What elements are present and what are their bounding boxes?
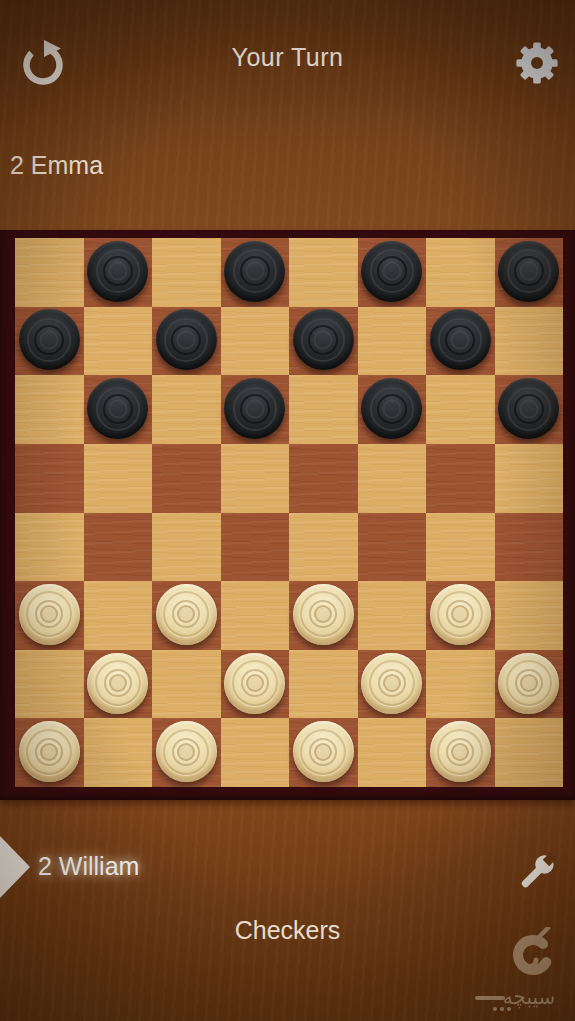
board-square-c4 — [152, 513, 221, 582]
board-square-b4[interactable] — [84, 513, 153, 582]
board-square-f2[interactable] — [358, 650, 427, 719]
board-square-f3 — [358, 581, 427, 650]
board-square-g1[interactable] — [426, 718, 495, 787]
board-square-b3 — [84, 581, 153, 650]
gear-icon — [511, 36, 563, 90]
piece-ring — [382, 262, 401, 281]
board-square-b6[interactable] — [84, 375, 153, 444]
board-square-h6[interactable] — [495, 375, 564, 444]
white-checker-piece[interactable] — [19, 721, 80, 782]
board-square-g3[interactable] — [426, 581, 495, 650]
board-square-g7[interactable] — [426, 307, 495, 376]
board-square-a8 — [15, 238, 84, 307]
black-checker-piece[interactable] — [361, 378, 422, 439]
turn-indicator-arrow — [0, 836, 30, 898]
checkers-board[interactable] — [0, 230, 575, 800]
board-square-f5 — [358, 444, 427, 513]
piece-ring — [177, 743, 195, 761]
piece-ring — [245, 399, 264, 418]
board-square-e8 — [289, 238, 358, 307]
piece-ring — [314, 605, 332, 623]
piece-ring — [40, 330, 59, 349]
board-square-f1 — [358, 718, 427, 787]
board-square-d8[interactable] — [221, 238, 290, 307]
piece-ring — [451, 330, 470, 349]
piece-ring — [314, 743, 332, 761]
black-checker-piece[interactable] — [156, 309, 217, 370]
piece-ring — [108, 399, 127, 418]
board-square-a1[interactable] — [15, 718, 84, 787]
board-square-e1[interactable] — [289, 718, 358, 787]
board-square-e6 — [289, 375, 358, 444]
white-checker-piece[interactable] — [19, 584, 80, 645]
piece-ring — [40, 743, 58, 761]
piece-ring — [109, 674, 127, 692]
board-square-e7[interactable] — [289, 307, 358, 376]
board-square-b7 — [84, 307, 153, 376]
black-checker-piece[interactable] — [430, 309, 491, 370]
board-square-d5 — [221, 444, 290, 513]
board-square-a3[interactable] — [15, 581, 84, 650]
black-checker-piece[interactable] — [224, 241, 285, 302]
board-square-e4 — [289, 513, 358, 582]
piece-ring — [451, 743, 469, 761]
board-square-g6 — [426, 375, 495, 444]
piece-ring — [383, 674, 401, 692]
piece-ring — [451, 605, 469, 623]
board-square-d6[interactable] — [221, 375, 290, 444]
settings-button[interactable] — [511, 36, 563, 90]
board-square-d7 — [221, 307, 290, 376]
board-square-f8[interactable] — [358, 238, 427, 307]
wrench-icon — [510, 845, 562, 901]
board-square-d1 — [221, 718, 290, 787]
board-square-e3[interactable] — [289, 581, 358, 650]
black-checker-piece[interactable] — [87, 378, 148, 439]
white-checker-piece[interactable] — [361, 653, 422, 714]
watermark-text: سیبچه — [503, 985, 555, 1009]
black-checker-piece[interactable] — [87, 241, 148, 302]
piece-ring — [382, 399, 401, 418]
board-square-b1 — [84, 718, 153, 787]
board-square-a7[interactable] — [15, 307, 84, 376]
piece-ring — [519, 262, 538, 281]
white-checker-piece[interactable] — [156, 584, 217, 645]
board-square-a2 — [15, 650, 84, 719]
tools-button[interactable] — [510, 845, 562, 901]
board-grid — [15, 238, 563, 787]
board-square-a6 — [15, 375, 84, 444]
piece-ring — [108, 262, 127, 281]
black-checker-piece[interactable] — [293, 309, 354, 370]
board-square-g8 — [426, 238, 495, 307]
board-square-d3 — [221, 581, 290, 650]
white-checker-piece[interactable] — [224, 653, 285, 714]
board-square-c2 — [152, 650, 221, 719]
board-square-c5[interactable] — [152, 444, 221, 513]
white-checker-piece[interactable] — [430, 721, 491, 782]
board-square-h7 — [495, 307, 564, 376]
piece-ring — [177, 330, 196, 349]
board-square-e2 — [289, 650, 358, 719]
board-square-b5 — [84, 444, 153, 513]
white-checker-piece[interactable] — [498, 653, 559, 714]
piece-ring — [246, 674, 264, 692]
board-square-c7[interactable] — [152, 307, 221, 376]
board-square-h3 — [495, 581, 564, 650]
black-checker-piece[interactable] — [498, 378, 559, 439]
board-square-d2[interactable] — [221, 650, 290, 719]
board-square-c8 — [152, 238, 221, 307]
board-square-c6 — [152, 375, 221, 444]
board-square-a4 — [15, 513, 84, 582]
piece-ring — [519, 399, 538, 418]
player-top-label: 2 Emma — [10, 151, 103, 180]
board-square-c1[interactable] — [152, 718, 221, 787]
board-square-a5[interactable] — [15, 444, 84, 513]
turn-status-text: Your Turn — [0, 43, 575, 72]
white-checker-piece[interactable] — [293, 721, 354, 782]
piece-ring — [177, 605, 195, 623]
board-square-f6[interactable] — [358, 375, 427, 444]
black-checker-piece[interactable] — [498, 241, 559, 302]
piece-ring — [245, 262, 264, 281]
checkers-app-screen: Your Turn 2 Emma 2 William — [0, 0, 575, 1021]
board-square-g2 — [426, 650, 495, 719]
piece-ring — [314, 330, 333, 349]
board-square-g5[interactable] — [426, 444, 495, 513]
sibche-watermark-logo: سیبچه — [457, 927, 567, 1019]
white-checker-piece[interactable] — [293, 584, 354, 645]
board-square-f7 — [358, 307, 427, 376]
board-square-h2[interactable] — [495, 650, 564, 719]
black-checker-piece[interactable] — [19, 309, 80, 370]
piece-ring — [520, 674, 538, 692]
board-square-h1 — [495, 718, 564, 787]
piece-ring — [40, 605, 58, 623]
player-bottom-label: 2 William — [38, 852, 139, 881]
black-checker-piece[interactable] — [361, 241, 422, 302]
board-square-h8[interactable] — [495, 238, 564, 307]
board-square-b8[interactable] — [84, 238, 153, 307]
white-checker-piece[interactable] — [87, 653, 148, 714]
board-square-f4[interactable] — [358, 513, 427, 582]
board-square-d4[interactable] — [221, 513, 290, 582]
board-square-b2[interactable] — [84, 650, 153, 719]
board-square-e5[interactable] — [289, 444, 358, 513]
board-square-g4 — [426, 513, 495, 582]
white-checker-piece[interactable] — [430, 584, 491, 645]
board-square-h4[interactable] — [495, 513, 564, 582]
black-checker-piece[interactable] — [224, 378, 285, 439]
board-square-c3[interactable] — [152, 581, 221, 650]
white-checker-piece[interactable] — [156, 721, 217, 782]
board-square-h5 — [495, 444, 564, 513]
